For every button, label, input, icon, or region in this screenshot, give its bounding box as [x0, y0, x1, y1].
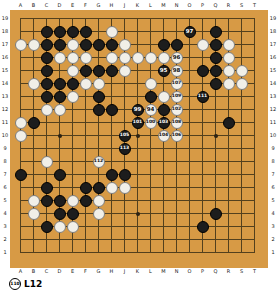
white-stone-F14 [80, 78, 92, 90]
intersection-R18 [222, 25, 235, 38]
intersection-T19 [248, 12, 261, 25]
intersection-R15 [222, 64, 235, 77]
intersection-G10 [92, 129, 105, 142]
intersection-A10 [14, 129, 27, 142]
black-stone-K12: 99 [132, 104, 144, 116]
intersection-L6 [144, 181, 157, 194]
intersection-H3 [105, 220, 118, 233]
intersection-S10 [235, 129, 248, 142]
intersection-D3 [53, 220, 66, 233]
intersection-H14 [105, 77, 118, 90]
intersection-J3 [118, 220, 131, 233]
black-stone-F6 [80, 182, 92, 194]
white-stone-B4 [28, 208, 40, 220]
intersection-J7 [118, 168, 131, 181]
intersection-O5 [183, 194, 196, 207]
white-stone-F16 [80, 52, 92, 64]
coordinate-label: G [92, 3, 105, 8]
intersection-T17 [248, 38, 261, 51]
black-stone-C18 [41, 26, 53, 38]
intersection-A11 [14, 116, 27, 129]
intersection-M18 [157, 25, 170, 38]
intersection-R8 [222, 155, 235, 168]
coordinate-label: H [105, 3, 118, 8]
intersection-Q8 [209, 155, 222, 168]
white-stone-B5 [28, 195, 40, 207]
move-number-label: 97 [186, 29, 194, 35]
intersection-O12 [183, 103, 196, 116]
coordinate-label: 8 [1, 155, 9, 168]
move-number-label: 112 [94, 159, 103, 164]
black-stone-M12 [158, 104, 170, 116]
intersection-R5 [222, 194, 235, 207]
intersection-T6 [248, 181, 261, 194]
intersection-A15 [14, 64, 27, 77]
white-stone-A17 [15, 39, 27, 51]
coordinate-label: B [27, 269, 40, 274]
intersection-F15 [79, 64, 92, 77]
intersection-G1 [92, 246, 105, 259]
intersection-Q17 [209, 38, 222, 51]
intersection-A17 [14, 38, 27, 51]
move-caption: 110 L12 [9, 278, 42, 290]
intersection-S5 [235, 194, 248, 207]
black-stone-E4 [67, 208, 79, 220]
intersection-A6 [14, 181, 27, 194]
intersection-J14 [118, 77, 131, 90]
intersection-Q2 [209, 233, 222, 246]
intersection-R2 [222, 233, 235, 246]
coordinate-label: 5 [269, 194, 277, 207]
intersection-O15 [183, 64, 196, 77]
caption-move-number: 110 [10, 282, 19, 287]
intersection-M16 [157, 51, 170, 64]
intersection-C15 [40, 64, 53, 77]
intersection-G6 [92, 181, 105, 194]
intersection-J19 [118, 12, 131, 25]
intersection-R9 [222, 142, 235, 155]
intersection-S7 [235, 168, 248, 181]
coordinate-label: O [183, 3, 196, 8]
move-number-label: 106 [172, 133, 181, 138]
intersection-O6 [183, 181, 196, 194]
white-stone-P17 [197, 39, 209, 51]
coordinate-label: 14 [1, 77, 9, 90]
intersection-B3 [27, 220, 40, 233]
intersection-Q15 [209, 64, 222, 77]
intersection-L1 [144, 246, 157, 259]
intersection-F4 [79, 207, 92, 220]
intersection-Q10 [209, 129, 222, 142]
intersection-A18 [14, 25, 27, 38]
intersection-A19 [14, 12, 27, 25]
intersection-B10 [27, 129, 40, 142]
white-stone-N13: 109 [171, 91, 183, 103]
intersection-D2 [53, 233, 66, 246]
row-labels-left: 19181716151413121110987654321 [1, 12, 9, 259]
intersection-P6 [196, 181, 209, 194]
intersection-R16 [222, 51, 235, 64]
intersection-B19 [27, 12, 40, 25]
intersection-O11 [183, 116, 196, 129]
coordinate-label: 10 [269, 129, 277, 142]
intersection-T13 [248, 90, 261, 103]
intersection-C17 [40, 38, 53, 51]
move-number-label: 105 [120, 133, 129, 138]
black-stone-M17 [158, 39, 170, 51]
coordinate-label: J [118, 269, 131, 274]
intersection-E5 [66, 194, 79, 207]
coordinate-label: 12 [269, 103, 277, 116]
intersection-L3 [144, 220, 157, 233]
intersection-R12 [222, 103, 235, 116]
intersection-N5 [170, 194, 183, 207]
intersection-C7 [40, 168, 53, 181]
intersection-P3 [196, 220, 209, 233]
white-stone-J6 [119, 182, 131, 194]
intersection-J11 [118, 116, 131, 129]
intersection-S17 [235, 38, 248, 51]
intersection-O17 [183, 38, 196, 51]
white-stone-R16 [223, 52, 235, 64]
white-stone-D16 [54, 52, 66, 64]
intersection-B1 [27, 246, 40, 259]
white-stone-M13 [158, 91, 170, 103]
white-stone-M10: 104 [158, 130, 170, 142]
intersection-G11 [92, 116, 105, 129]
intersection-S19 [235, 12, 248, 25]
intersection-S2 [235, 233, 248, 246]
intersection-M9 [157, 142, 170, 155]
intersection-E1 [66, 246, 79, 259]
white-stone-A10 [15, 130, 27, 142]
move-number-label: 111 [198, 94, 207, 99]
intersection-S9 [235, 142, 248, 155]
intersection-T1 [248, 246, 261, 259]
coordinate-label: 18 [1, 25, 9, 38]
intersection-A8 [14, 155, 27, 168]
intersection-C13 [40, 90, 53, 103]
white-stone-B14 [28, 78, 40, 90]
intersection-K17 [131, 38, 144, 51]
intersection-M10: 104 [157, 129, 170, 142]
star-point [136, 134, 140, 138]
star-point [136, 212, 140, 216]
intersection-G4 [92, 207, 105, 220]
black-stone-D13 [54, 91, 66, 103]
coordinate-label: 16 [1, 51, 9, 64]
black-stone-G12 [93, 104, 105, 116]
white-stone-L12: 94 [145, 104, 157, 116]
intersection-F9 [79, 142, 92, 155]
intersection-O3 [183, 220, 196, 233]
coordinate-label: A [14, 3, 27, 8]
intersection-B5 [27, 194, 40, 207]
intersection-J1 [118, 246, 131, 259]
white-stone-D12 [54, 104, 66, 116]
intersection-O16 [183, 51, 196, 64]
intersection-B18 [27, 25, 40, 38]
intersection-S4 [235, 207, 248, 220]
black-stone-C6 [41, 182, 53, 194]
white-stone-N16: 96 [171, 52, 183, 64]
intersection-G2 [92, 233, 105, 246]
intersection-A5 [14, 194, 27, 207]
coordinate-label: 10 [1, 129, 9, 142]
intersection-D4 [53, 207, 66, 220]
coordinate-label: 16 [269, 51, 277, 64]
white-stone-M16 [158, 52, 170, 64]
intersection-A16 [14, 51, 27, 64]
white-stone-H16 [106, 52, 118, 64]
intersection-F3 [79, 220, 92, 233]
white-stone-K16 [132, 52, 144, 64]
intersection-Q1 [209, 246, 222, 259]
intersection-B17 [27, 38, 40, 51]
intersection-O2 [183, 233, 196, 246]
coordinate-label: 8 [269, 155, 277, 168]
white-stone-N14: 107 [171, 78, 183, 90]
intersection-C18 [40, 25, 53, 38]
white-stone-G14 [93, 78, 105, 90]
intersection-C10 [40, 129, 53, 142]
intersection-N1 [170, 246, 183, 259]
black-stone-P3 [197, 221, 209, 233]
white-stone-S15 [236, 65, 248, 77]
intersection-M7 [157, 168, 170, 181]
black-stone-N17 [171, 39, 183, 51]
black-stone-L13 [145, 91, 157, 103]
black-stone-C14 [41, 78, 53, 90]
white-stone-G4 [93, 208, 105, 220]
intersection-F6 [79, 181, 92, 194]
black-stone-F15 [80, 65, 92, 77]
black-stone-G13 [93, 91, 105, 103]
black-stone-F17 [80, 39, 92, 51]
intersection-E18 [66, 25, 79, 38]
intersection-B16 [27, 51, 40, 64]
intersection-Q13 [209, 90, 222, 103]
star-point [214, 134, 218, 138]
intersection-D8 [53, 155, 66, 168]
intersection-H7 [105, 168, 118, 181]
coordinate-label: 6 [1, 181, 9, 194]
intersection-M5 [157, 194, 170, 207]
intersection-B14 [27, 77, 40, 90]
white-stone-L14 [145, 78, 157, 90]
intersection-O4 [183, 207, 196, 220]
intersection-J6 [118, 181, 131, 194]
white-stone-R17 [223, 39, 235, 51]
intersection-B12 [27, 103, 40, 116]
intersection-D14 [53, 77, 66, 90]
intersection-K1 [131, 246, 144, 259]
white-stone-L11: 100 [145, 117, 157, 129]
coordinate-label: S [235, 3, 248, 8]
intersection-Q7 [209, 168, 222, 181]
black-stone-H7 [106, 169, 118, 181]
coordinate-label: S [235, 269, 248, 274]
intersection-N4 [170, 207, 183, 220]
white-stone-H18 [106, 26, 118, 38]
intersection-C12 [40, 103, 53, 116]
intersection-F18 [79, 25, 92, 38]
intersection-D12 [53, 103, 66, 116]
coordinate-label: 1 [269, 246, 277, 259]
intersection-L13 [144, 90, 157, 103]
intersection-T14 [248, 77, 261, 90]
intersection-O10 [183, 129, 196, 142]
intersection-R14 [222, 77, 235, 90]
white-stone-L16 [145, 52, 157, 64]
intersection-L12: 94 [144, 103, 157, 116]
intersection-Q9 [209, 142, 222, 155]
intersection-E2 [66, 233, 79, 246]
intersection-L18 [144, 25, 157, 38]
intersection-B7 [27, 168, 40, 181]
white-stone-B17 [28, 39, 40, 51]
coordinate-label: K [131, 3, 144, 8]
intersection-P16 [196, 51, 209, 64]
intersection-R11 [222, 116, 235, 129]
intersection-G3 [92, 220, 105, 233]
coordinate-label: 1 [1, 246, 9, 259]
intersection-D15 [53, 64, 66, 77]
intersection-T11 [248, 116, 261, 129]
black-stone-H15 [106, 65, 118, 77]
white-stone-J17 [119, 39, 131, 51]
intersection-K7 [131, 168, 144, 181]
coordinate-label: 2 [269, 233, 277, 246]
intersection-K4 [131, 207, 144, 220]
intersection-A14 [14, 77, 27, 90]
black-stone-O18: 97 [184, 26, 196, 38]
move-number-label: 101 [133, 120, 142, 125]
coordinate-label: H [105, 269, 118, 274]
coordinate-label: T [248, 3, 261, 8]
intersection-F14 [79, 77, 92, 90]
black-stone-P13: 111 [197, 91, 209, 103]
intersection-O19 [183, 12, 196, 25]
coordinate-label: D [53, 3, 66, 8]
intersection-A9 [14, 142, 27, 155]
intersection-L10 [144, 129, 157, 142]
coordinate-label: Q [209, 269, 222, 274]
coordinate-label: R [222, 3, 235, 8]
intersection-K18 [131, 25, 144, 38]
intersection-F8 [79, 155, 92, 168]
intersection-C4 [40, 207, 53, 220]
white-stone-E5 [67, 195, 79, 207]
intersection-O7 [183, 168, 196, 181]
intersection-N12: 102 [170, 103, 183, 116]
black-stone-Q16 [210, 52, 222, 64]
coordinate-label: 5 [1, 194, 9, 207]
move-number-label: 100 [146, 120, 155, 125]
intersection-M14 [157, 77, 170, 90]
intersection-G15 [92, 64, 105, 77]
intersection-N8 [170, 155, 183, 168]
intersection-K15 [131, 64, 144, 77]
move-number-label: 104 [159, 133, 168, 138]
white-stone-E16 [67, 52, 79, 64]
intersection-E4 [66, 207, 79, 220]
intersection-H9 [105, 142, 118, 155]
intersection-H18 [105, 25, 118, 38]
intersection-D9 [53, 142, 66, 155]
coordinate-label: 9 [1, 142, 9, 155]
white-stone-C8 [41, 156, 53, 168]
intersection-P10 [196, 129, 209, 142]
intersection-F16 [79, 51, 92, 64]
intersection-G14 [92, 77, 105, 90]
coordinate-label: B [27, 3, 40, 8]
intersection-C2 [40, 233, 53, 246]
intersection-G8: 112 [92, 155, 105, 168]
intersection-O13 [183, 90, 196, 103]
intersection-R4 [222, 207, 235, 220]
intersection-J4 [118, 207, 131, 220]
intersection-K2 [131, 233, 144, 246]
intersection-L19 [144, 12, 157, 25]
white-stone-J15 [119, 65, 131, 77]
go-board-grid[interactable]: 9796959810710911199941021011001031081051… [14, 12, 261, 259]
intersection-K10 [131, 129, 144, 142]
intersection-A13 [14, 90, 27, 103]
intersection-S3 [235, 220, 248, 233]
intersection-B9 [27, 142, 40, 155]
intersection-L7 [144, 168, 157, 181]
coordinate-label: 11 [1, 116, 9, 129]
intersection-E3 [66, 220, 79, 233]
black-stone-D17 [54, 39, 66, 51]
move-number-label: 107 [172, 81, 181, 86]
coordinate-label: 14 [269, 77, 277, 90]
intersection-Q19 [209, 12, 222, 25]
intersection-C16 [40, 51, 53, 64]
intersection-P19 [196, 12, 209, 25]
white-stone-J16 [119, 52, 131, 64]
intersection-E9 [66, 142, 79, 155]
black-stone-H17 [106, 39, 118, 51]
intersection-F12 [79, 103, 92, 116]
black-stone-G17 [93, 39, 105, 51]
coordinate-label: G [92, 269, 105, 274]
black-stone-D5 [54, 195, 66, 207]
intersection-B6 [27, 181, 40, 194]
intersection-R17 [222, 38, 235, 51]
intersection-E14 [66, 77, 79, 90]
intersection-C14 [40, 77, 53, 90]
intersection-S15 [235, 64, 248, 77]
white-stone-N11: 108 [171, 117, 183, 129]
black-stone-Q14 [210, 78, 222, 90]
intersection-H1 [105, 246, 118, 259]
intersection-C11 [40, 116, 53, 129]
intersection-A1 [14, 246, 27, 259]
intersection-N17 [170, 38, 183, 51]
intersection-Q6 [209, 181, 222, 194]
intersection-P11 [196, 116, 209, 129]
intersection-D16 [53, 51, 66, 64]
caption-white-stone-icon: 110 [9, 278, 21, 290]
intersection-D7 [53, 168, 66, 181]
intersection-G16 [92, 51, 105, 64]
intersection-S6 [235, 181, 248, 194]
intersection-L4 [144, 207, 157, 220]
intersection-T8 [248, 155, 261, 168]
move-number-label: 98 [173, 68, 181, 74]
